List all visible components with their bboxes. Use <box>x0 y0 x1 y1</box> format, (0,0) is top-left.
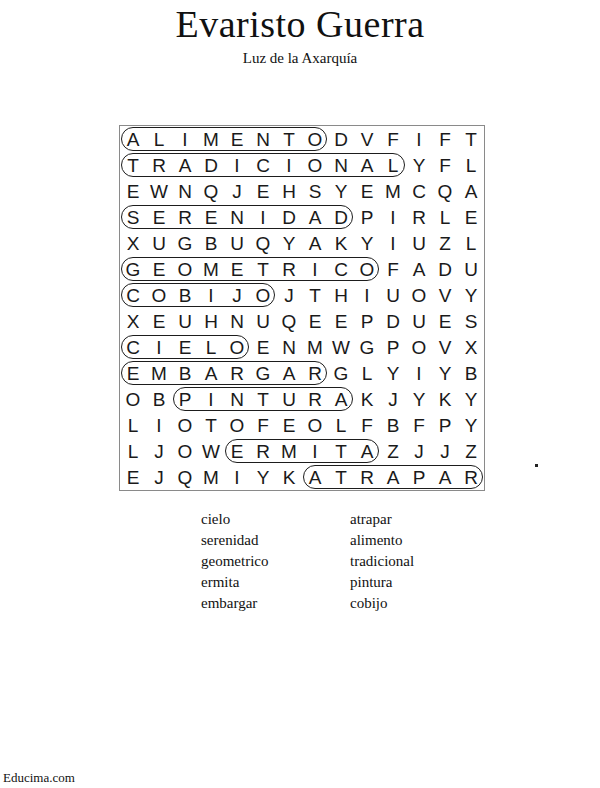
word-list: cieloserenidadgeometricoermitaembargar a… <box>201 509 414 614</box>
grid-cell-r14c9[interactable]: T <box>328 464 354 490</box>
grid-cell-r14c11[interactable]: A <box>380 464 406 490</box>
grid-cell-r9c6[interactable]: E <box>250 334 276 360</box>
grid-cell-r4c5[interactable]: N <box>224 204 250 230</box>
grid-cell-r13c5[interactable]: E <box>224 438 250 464</box>
grid-cell-r12c12[interactable]: F <box>406 412 432 438</box>
word-list-item-pintura: pintura <box>350 572 414 593</box>
grid-cell-r2c1[interactable]: T <box>120 152 146 178</box>
grid-cell-r1c11[interactable]: F <box>380 126 406 152</box>
word-list-item-geometrico: geometrico <box>201 551 350 572</box>
grid-cell-r1c13[interactable]: F <box>432 126 458 152</box>
word-list-item-embargar: embargar <box>201 593 350 614</box>
grid-cell-r6c1[interactable]: G <box>120 256 146 282</box>
grid-cell-r3c11[interactable]: M <box>380 178 406 204</box>
grid-cell-r14c13[interactable]: A <box>432 464 458 490</box>
grid-cell-r3c4[interactable]: Q <box>198 178 224 204</box>
grid-cell-r12c14[interactable]: Y <box>458 412 484 438</box>
page-subtitle: Luz de la Axarquía <box>0 50 600 67</box>
grid-cell-r2c13[interactable]: F <box>432 152 458 178</box>
grid-cell-r7c12[interactable]: O <box>406 282 432 308</box>
grid-cell-r2c9[interactable]: N <box>328 152 354 178</box>
grid-cell-r7c9[interactable]: H <box>328 282 354 308</box>
grid-cell-r4c8[interactable]: A <box>302 204 328 230</box>
grid-cell-r7c13[interactable]: V <box>432 282 458 308</box>
grid-cell-r6c8[interactable]: I <box>302 256 328 282</box>
grid-cell-r13c11[interactable]: Z <box>380 438 406 464</box>
grid-cell-r2c5[interactable]: I <box>224 152 250 178</box>
grid-cell-r2c6[interactable]: C <box>250 152 276 178</box>
grid-cell-r10c2[interactable]: M <box>146 360 172 386</box>
grid-cell-r11c13[interactable]: K <box>432 386 458 412</box>
grid-cell-r9c13[interactable]: V <box>432 334 458 360</box>
grid-cell-r3c1[interactable]: E <box>120 178 146 204</box>
grid-cell-r8c14[interactable]: S <box>458 308 484 334</box>
grid-cell-r13c13[interactable]: J <box>432 438 458 464</box>
word-list-item-alimento: alimento <box>350 530 414 551</box>
grid-cell-r8c9[interactable]: E <box>328 308 354 334</box>
grid-cell-r14c2[interactable]: J <box>146 464 172 490</box>
grid-cell-r5c4[interactable]: B <box>198 230 224 256</box>
grid-cell-r12c5[interactable]: O <box>224 412 250 438</box>
grid-cell-r10c10[interactable]: L <box>354 360 380 386</box>
grid-cell-r10c1[interactable]: E <box>120 360 146 386</box>
grid-cell-r8c7[interactable]: Q <box>276 308 302 334</box>
grid-cell-r3c14[interactable]: A <box>458 178 484 204</box>
grid-cell-r2c2[interactable]: R <box>146 152 172 178</box>
grid-cell-r5c5[interactable]: U <box>224 230 250 256</box>
grid-cell-r3c7[interactable]: H <box>276 178 302 204</box>
grid-cell-r11c5[interactable]: N <box>224 386 250 412</box>
grid-cell-r1c7[interactable]: T <box>276 126 302 152</box>
grid-cell-r8c5[interactable]: N <box>224 308 250 334</box>
grid-cell-r10c3[interactable]: B <box>172 360 198 386</box>
grid-cell-r13c14[interactable]: Z <box>458 438 484 464</box>
letter-grid: ALIMENTODVFIFTTRADICIONALYFLEWNQJEHSYEMC… <box>120 126 484 490</box>
grid-cell-r5c12[interactable]: U <box>406 230 432 256</box>
grid-cell-r5c7[interactable]: Y <box>276 230 302 256</box>
page-title: Evaristo Guerra <box>0 2 600 48</box>
grid-cell-r6c10[interactable]: O <box>354 256 380 282</box>
word-list-item-cielo: cielo <box>201 509 350 530</box>
grid-cell-r4c3[interactable]: R <box>172 204 198 230</box>
grid-cell-r2c8[interactable]: O <box>302 152 328 178</box>
grid-cell-r7c3[interactable]: B <box>172 282 198 308</box>
grid-cell-r11c7[interactable]: U <box>276 386 302 412</box>
grid-cell-r3c6[interactable]: E <box>250 178 276 204</box>
grid-cell-r3c3[interactable]: N <box>172 178 198 204</box>
grid-cell-r4c14[interactable]: E <box>458 204 484 230</box>
grid-cell-r6c7[interactable]: R <box>276 256 302 282</box>
grid-cell-r5c3[interactable]: G <box>172 230 198 256</box>
grid-cell-r9c12[interactable]: O <box>406 334 432 360</box>
grid-cell-r14c5[interactable]: I <box>224 464 250 490</box>
grid-cell-r13c6[interactable]: R <box>250 438 276 464</box>
grid-cell-r6c2[interactable]: E <box>146 256 172 282</box>
grid-cell-r7c4[interactable]: I <box>198 282 224 308</box>
grid-cell-r14c6[interactable]: Y <box>250 464 276 490</box>
grid-cell-r4c11[interactable]: I <box>380 204 406 230</box>
grid-cell-r9c11[interactable]: P <box>380 334 406 360</box>
grid-cell-r11c1[interactable]: O <box>120 386 146 412</box>
grid-cell-r7c14[interactable]: Y <box>458 282 484 308</box>
grid-cell-r10c6[interactable]: G <box>250 360 276 386</box>
grid-cell-r5c6[interactable]: Q <box>250 230 276 256</box>
grid-cell-r11c9[interactable]: A <box>328 386 354 412</box>
grid-cell-r5c8[interactable]: A <box>302 230 328 256</box>
grid-cell-r6c9[interactable]: C <box>328 256 354 282</box>
grid-cell-r8c1[interactable]: X <box>120 308 146 334</box>
grid-cell-r13c10[interactable]: A <box>354 438 380 464</box>
grid-cell-r4c1[interactable]: S <box>120 204 146 230</box>
grid-cell-r10c8[interactable]: R <box>302 360 328 386</box>
grid-cell-r3c9[interactable]: Y <box>328 178 354 204</box>
grid-cell-r4c4[interactable]: E <box>198 204 224 230</box>
grid-cell-r3c8[interactable]: S <box>302 178 328 204</box>
grid-cell-r10c14[interactable]: B <box>458 360 484 386</box>
grid-cell-r1c4[interactable]: M <box>198 126 224 152</box>
grid-cell-r11c8[interactable]: R <box>302 386 328 412</box>
grid-cell-r8c11[interactable]: D <box>380 308 406 334</box>
grid-cell-r13c7[interactable]: M <box>276 438 302 464</box>
grid-cell-r10c11[interactable]: Y <box>380 360 406 386</box>
grid-cell-r11c6[interactable]: T <box>250 386 276 412</box>
grid-cell-r1c2[interactable]: L <box>146 126 172 152</box>
grid-cell-r4c2[interactable]: E <box>146 204 172 230</box>
grid-cell-r10c5[interactable]: R <box>224 360 250 386</box>
word-list-item-atrapar: atrapar <box>350 509 414 530</box>
grid-cell-r6c14[interactable]: U <box>458 256 484 282</box>
grid-cell-r6c11[interactable]: F <box>380 256 406 282</box>
grid-cell-r9c3[interactable]: E <box>172 334 198 360</box>
word-list-column-1: cieloserenidadgeometricoermitaembargar <box>201 509 350 614</box>
grid-cell-r13c1[interactable]: L <box>120 438 146 464</box>
grid-cell-r9c8[interactable]: M <box>302 334 328 360</box>
grid-cell-r13c9[interactable]: T <box>328 438 354 464</box>
grid-cell-r12c11[interactable]: B <box>380 412 406 438</box>
grid-cell-r4c9[interactable]: D <box>328 204 354 230</box>
grid-cell-r8c13[interactable]: E <box>432 308 458 334</box>
grid-cell-r13c12[interactable]: J <box>406 438 432 464</box>
grid-cell-r8c6[interactable]: U <box>250 308 276 334</box>
grid-cell-r12c9[interactable]: L <box>328 412 354 438</box>
grid-cell-r12c2[interactable]: I <box>146 412 172 438</box>
grid-cell-r11c14[interactable]: Y <box>458 386 484 412</box>
grid-cell-r10c9[interactable]: G <box>328 360 354 386</box>
grid-cell-r14c14[interactable]: R <box>458 464 484 490</box>
grid-cell-r5c2[interactable]: U <box>146 230 172 256</box>
grid-cell-r14c1[interactable]: E <box>120 464 146 490</box>
grid-cell-r9c10[interactable]: G <box>354 334 380 360</box>
word-list-item-ermita: ermita <box>201 572 350 593</box>
stray-dot <box>535 464 538 467</box>
grid-cell-r14c10[interactable]: R <box>354 464 380 490</box>
grid-cell-r7c1[interactable]: C <box>120 282 146 308</box>
grid-cell-r14c12[interactable]: P <box>406 464 432 490</box>
grid-cell-r8c3[interactable]: U <box>172 308 198 334</box>
grid-cell-r7c6[interactable]: O <box>250 282 276 308</box>
grid-cell-r3c10[interactable]: E <box>354 178 380 204</box>
grid-cell-r12c8[interactable]: O <box>302 412 328 438</box>
grid-cell-r6c5[interactable]: E <box>224 256 250 282</box>
grid-cell-r11c2[interactable]: B <box>146 386 172 412</box>
grid-cell-r1c8[interactable]: O <box>302 126 328 152</box>
grid-cell-r8c8[interactable]: E <box>302 308 328 334</box>
grid-cell-r9c14[interactable]: X <box>458 334 484 360</box>
grid-cell-r12c3[interactable]: O <box>172 412 198 438</box>
grid-cell-r7c5[interactable]: J <box>224 282 250 308</box>
grid-cell-r2c14[interactable]: L <box>458 152 484 178</box>
grid-cell-r1c6[interactable]: N <box>250 126 276 152</box>
grid-cell-r9c5[interactable]: O <box>224 334 250 360</box>
grid-cell-r4c12[interactable]: R <box>406 204 432 230</box>
grid-cell-r11c12[interactable]: Y <box>406 386 432 412</box>
grid-cell-r12c1[interactable]: L <box>120 412 146 438</box>
word-list-item-cobijo: cobijo <box>350 593 414 614</box>
grid-cell-r8c12[interactable]: U <box>406 308 432 334</box>
grid-cell-r13c2[interactable]: J <box>146 438 172 464</box>
grid-cell-r1c5[interactable]: E <box>224 126 250 152</box>
grid-cell-r13c8[interactable]: I <box>302 438 328 464</box>
worksheet-page: Evaristo Guerra Luz de la Axarquía ALIME… <box>0 0 600 788</box>
grid-cell-r5c1[interactable]: X <box>120 230 146 256</box>
word-list-item-tradicional: tradicional <box>350 551 414 572</box>
grid-cell-r12c10[interactable]: F <box>354 412 380 438</box>
grid-cell-r12c13[interactable]: P <box>432 412 458 438</box>
grid-cell-r6c4[interactable]: M <box>198 256 224 282</box>
grid-cell-r1c14[interactable]: T <box>458 126 484 152</box>
grid-cell-r7c10[interactable]: I <box>354 282 380 308</box>
grid-cell-r6c3[interactable]: O <box>172 256 198 282</box>
grid-cell-r8c2[interactable]: E <box>146 308 172 334</box>
grid-cell-r6c12[interactable]: A <box>406 256 432 282</box>
grid-cell-r1c9[interactable]: D <box>328 126 354 152</box>
grid-cell-r4c7[interactable]: D <box>276 204 302 230</box>
grid-cell-r11c10[interactable]: K <box>354 386 380 412</box>
grid-cell-r5c11[interactable]: I <box>380 230 406 256</box>
grid-cell-r12c4[interactable]: T <box>198 412 224 438</box>
grid-cell-r9c2[interactable]: I <box>146 334 172 360</box>
grid-cell-r1c10[interactable]: V <box>354 126 380 152</box>
grid-cell-r10c12[interactable]: I <box>406 360 432 386</box>
site-credit: Educima.com <box>3 770 75 786</box>
grid-cell-r10c4[interactable]: A <box>198 360 224 386</box>
grid-cell-r2c10[interactable]: A <box>354 152 380 178</box>
grid-cell-r1c3[interactable]: I <box>172 126 198 152</box>
grid-cell-r7c2[interactable]: O <box>146 282 172 308</box>
grid-cell-r14c4[interactable]: M <box>198 464 224 490</box>
grid-cell-r9c1[interactable]: C <box>120 334 146 360</box>
grid-cell-r2c4[interactable]: D <box>198 152 224 178</box>
grid-cell-r13c3[interactable]: O <box>172 438 198 464</box>
word-list-column-2: atraparalimentotradicionalpinturacobijo <box>350 509 414 614</box>
grid-cell-r3c13[interactable]: Q <box>432 178 458 204</box>
word-list-item-serenidad: serenidad <box>201 530 350 551</box>
grid-cell-r6c6[interactable]: T <box>250 256 276 282</box>
grid-cell-r11c4[interactable]: I <box>198 386 224 412</box>
grid-cell-r10c13[interactable]: Y <box>432 360 458 386</box>
grid-cell-r2c11[interactable]: L <box>380 152 406 178</box>
grid-cell-r8c10[interactable]: P <box>354 308 380 334</box>
grid-cell-r2c12[interactable]: Y <box>406 152 432 178</box>
grid-cell-r10c7[interactable]: A <box>276 360 302 386</box>
grid-cell-r5c14[interactable]: L <box>458 230 484 256</box>
grid-cell-r9c9[interactable]: W <box>328 334 354 360</box>
grid-cell-r4c6[interactable]: I <box>250 204 276 230</box>
grid-cell-r5c9[interactable]: K <box>328 230 354 256</box>
grid-cell-r3c12[interactable]: C <box>406 178 432 204</box>
grid-cell-r3c2[interactable]: W <box>146 178 172 204</box>
grid-cell-r14c3[interactable]: Q <box>172 464 198 490</box>
grid-cell-r7c8[interactable]: T <box>302 282 328 308</box>
grid-cell-r5c13[interactable]: Z <box>432 230 458 256</box>
grid-cell-r14c8[interactable]: A <box>302 464 328 490</box>
grid-cell-r9c7[interactable]: N <box>276 334 302 360</box>
grid-cell-r5c10[interactable]: Y <box>354 230 380 256</box>
grid-cell-r12c6[interactable]: F <box>250 412 276 438</box>
grid-cell-r11c3[interactable]: P <box>172 386 198 412</box>
grid-cell-r7c11[interactable]: U <box>380 282 406 308</box>
grid-cell-r9c4[interactable]: L <box>198 334 224 360</box>
grid-cell-r7c7[interactable]: J <box>276 282 302 308</box>
grid-cell-r8c4[interactable]: H <box>198 308 224 334</box>
grid-cell-r12c7[interactable]: E <box>276 412 302 438</box>
grid-cell-r14c7[interactable]: K <box>276 464 302 490</box>
grid-cell-r13c4[interactable]: W <box>198 438 224 464</box>
grid-cell-r2c3[interactable]: A <box>172 152 198 178</box>
grid-cell-r4c10[interactable]: P <box>354 204 380 230</box>
grid-cell-r4c13[interactable]: L <box>432 204 458 230</box>
grid-cell-r1c12[interactable]: I <box>406 126 432 152</box>
grid-cell-r2c7[interactable]: I <box>276 152 302 178</box>
grid-cell-r6c13[interactable]: D <box>432 256 458 282</box>
word-search-grid: ALIMENTODVFIFTTRADICIONALYFLEWNQJEHSYEMC… <box>119 125 485 491</box>
grid-cell-r3c5[interactable]: J <box>224 178 250 204</box>
grid-cell-r1c1[interactable]: A <box>120 126 146 152</box>
grid-cell-r11c11[interactable]: J <box>380 386 406 412</box>
